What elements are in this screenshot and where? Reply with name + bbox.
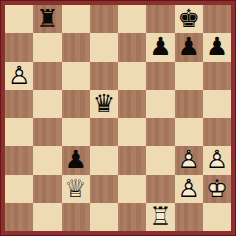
square-c4[interactable]	[62, 118, 90, 146]
piece-outline-layer: ♙	[206, 146, 228, 174]
square-b6[interactable]	[33, 62, 61, 90]
square-g2[interactable]: ♟♙	[175, 175, 203, 203]
square-f2[interactable]	[146, 175, 174, 203]
square-b7[interactable]	[33, 33, 61, 61]
piece-outline-layer: ♖	[149, 203, 171, 231]
chess-board: ♜♚♟♟♟♟♙♛♟♟♙♟♙♛♕♟♙♚♔♜♖	[5, 5, 231, 231]
square-a4[interactable]	[5, 118, 33, 146]
square-h2[interactable]: ♚♔	[203, 175, 231, 203]
square-e1[interactable]	[118, 203, 146, 231]
square-e2[interactable]	[118, 175, 146, 203]
square-h8[interactable]	[203, 5, 231, 33]
piece-outline-layer: ♙	[8, 62, 30, 90]
square-e3[interactable]	[118, 146, 146, 174]
board-frame: ♜♚♟♟♟♟♙♛♟♟♙♟♙♛♕♟♙♚♔♜♖	[0, 0, 236, 236]
square-f5[interactable]	[146, 90, 174, 118]
square-d1[interactable]	[90, 203, 118, 231]
square-c1[interactable]	[62, 203, 90, 231]
square-d5[interactable]: ♛	[90, 90, 118, 118]
piece-outline-layer: ♙	[177, 146, 199, 174]
square-h6[interactable]	[203, 62, 231, 90]
white-pawn[interactable]: ♟♙	[175, 175, 203, 203]
square-e8[interactable]	[118, 5, 146, 33]
square-f7[interactable]: ♟	[146, 33, 174, 61]
square-b8[interactable]: ♜	[33, 5, 61, 33]
square-f3[interactable]	[146, 146, 174, 174]
square-f1[interactable]: ♜♖	[146, 203, 174, 231]
white-rook[interactable]: ♜♖	[146, 203, 174, 231]
white-queen[interactable]: ♛♕	[62, 175, 90, 203]
square-b4[interactable]	[33, 118, 61, 146]
square-e6[interactable]	[118, 62, 146, 90]
square-g5[interactable]	[175, 90, 203, 118]
white-pawn[interactable]: ♟♙	[203, 146, 231, 174]
black-pawn[interactable]: ♟	[62, 146, 90, 174]
square-d6[interactable]	[90, 62, 118, 90]
square-a7[interactable]	[5, 33, 33, 61]
square-b1[interactable]	[33, 203, 61, 231]
square-e5[interactable]	[118, 90, 146, 118]
square-a5[interactable]	[5, 90, 33, 118]
square-b3[interactable]	[33, 146, 61, 174]
square-c2[interactable]: ♛♕	[62, 175, 90, 203]
square-g1[interactable]	[175, 203, 203, 231]
square-f4[interactable]	[146, 118, 174, 146]
square-g6[interactable]	[175, 62, 203, 90]
square-g3[interactable]: ♟♙	[175, 146, 203, 174]
square-e4[interactable]	[118, 118, 146, 146]
square-b2[interactable]	[33, 175, 61, 203]
square-a8[interactable]	[5, 5, 33, 33]
black-queen[interactable]: ♛	[90, 90, 118, 118]
square-e7[interactable]	[118, 33, 146, 61]
square-c5[interactable]	[62, 90, 90, 118]
square-g7[interactable]: ♟	[175, 33, 203, 61]
square-c3[interactable]: ♟	[62, 146, 90, 174]
square-c8[interactable]	[62, 5, 90, 33]
piece-outline-layer: ♔	[206, 175, 228, 203]
square-d8[interactable]	[90, 5, 118, 33]
square-a3[interactable]	[5, 146, 33, 174]
square-g8[interactable]: ♚	[175, 5, 203, 33]
white-king[interactable]: ♚♔	[203, 175, 231, 203]
square-d2[interactable]	[90, 175, 118, 203]
black-pawn[interactable]: ♟	[203, 33, 231, 61]
square-c7[interactable]	[62, 33, 90, 61]
square-d7[interactable]	[90, 33, 118, 61]
square-f6[interactable]	[146, 62, 174, 90]
white-pawn[interactable]: ♟♙	[175, 146, 203, 174]
black-pawn[interactable]: ♟	[175, 33, 203, 61]
square-g4[interactable]	[175, 118, 203, 146]
square-h3[interactable]: ♟♙	[203, 146, 231, 174]
square-h7[interactable]: ♟	[203, 33, 231, 61]
square-a2[interactable]	[5, 175, 33, 203]
square-a1[interactable]	[5, 203, 33, 231]
piece-outline-layer: ♕	[64, 175, 86, 203]
black-king[interactable]: ♚	[175, 5, 203, 33]
square-d3[interactable]	[90, 146, 118, 174]
black-rook[interactable]: ♜	[33, 5, 61, 33]
square-h5[interactable]	[203, 90, 231, 118]
piece-outline-layer: ♙	[177, 175, 199, 203]
square-h1[interactable]	[203, 203, 231, 231]
black-pawn[interactable]: ♟	[146, 33, 174, 61]
square-d4[interactable]	[90, 118, 118, 146]
square-h4[interactable]	[203, 118, 231, 146]
square-a6[interactable]: ♟♙	[5, 62, 33, 90]
square-b5[interactable]	[33, 90, 61, 118]
square-c6[interactable]	[62, 62, 90, 90]
square-f8[interactable]	[146, 5, 174, 33]
white-pawn[interactable]: ♟♙	[5, 62, 33, 90]
